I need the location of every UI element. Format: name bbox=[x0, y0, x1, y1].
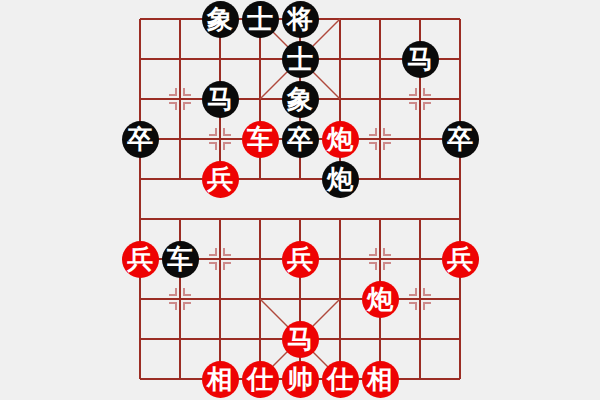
piece-black-soldier[interactable]: 卒 bbox=[442, 121, 479, 158]
piece-red-elephant[interactable]: 相 bbox=[362, 361, 399, 398]
piece-black-horse[interactable]: 马 bbox=[402, 41, 439, 78]
piece-black-general[interactable]: 将 bbox=[282, 1, 319, 38]
piece-red-advisor[interactable]: 仕 bbox=[322, 361, 359, 398]
piece-red-cannon[interactable]: 炮 bbox=[322, 121, 359, 158]
xiangqi-board[interactable]: 象士将士马马象卒车卒炮卒兵炮兵车兵兵炮马相仕帅仕相 bbox=[120, 0, 480, 399]
piece-black-soldier[interactable]: 卒 bbox=[122, 121, 159, 158]
piece-red-soldier[interactable]: 兵 bbox=[282, 241, 319, 278]
piece-red-horse[interactable]: 马 bbox=[282, 321, 319, 358]
piece-black-elephant[interactable]: 象 bbox=[202, 1, 239, 38]
piece-red-advisor[interactable]: 仕 bbox=[242, 361, 279, 398]
piece-red-general[interactable]: 帅 bbox=[282, 361, 319, 398]
xiangqi-app: 象士将士马马象卒车卒炮卒兵炮兵车兵兵炮马相仕帅仕相 bbox=[0, 0, 600, 400]
piece-black-advisor[interactable]: 士 bbox=[242, 1, 279, 38]
piece-red-soldier[interactable]: 兵 bbox=[442, 241, 479, 278]
piece-red-soldier[interactable]: 兵 bbox=[122, 241, 159, 278]
piece-red-elephant[interactable]: 相 bbox=[202, 361, 239, 398]
piece-red-cannon[interactable]: 炮 bbox=[362, 281, 399, 318]
piece-black-cannon[interactable]: 炮 bbox=[322, 161, 359, 198]
piece-black-advisor[interactable]: 士 bbox=[282, 41, 319, 78]
piece-red-soldier[interactable]: 兵 bbox=[202, 161, 239, 198]
piece-black-horse[interactable]: 马 bbox=[202, 81, 239, 118]
piece-black-soldier[interactable]: 卒 bbox=[282, 121, 319, 158]
piece-black-chariot[interactable]: 车 bbox=[162, 241, 199, 278]
piece-black-elephant[interactable]: 象 bbox=[282, 81, 319, 118]
piece-red-chariot[interactable]: 车 bbox=[242, 121, 279, 158]
